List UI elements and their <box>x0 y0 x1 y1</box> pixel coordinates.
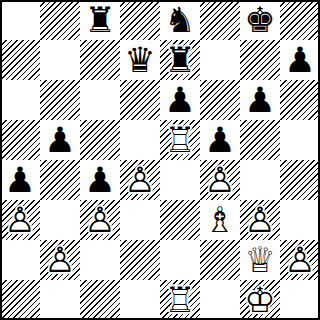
piece-glyph: ♙ <box>80 200 120 240</box>
square-b3[interactable] <box>40 200 80 240</box>
square-f3[interactable]: ♝♗ <box>200 200 240 240</box>
square-h7[interactable]: ♟♟ <box>280 40 320 80</box>
piece-glyph: ♖ <box>160 280 200 320</box>
square-b8[interactable] <box>40 0 80 40</box>
square-c5[interactable] <box>80 120 120 160</box>
square-f6[interactable] <box>200 80 240 120</box>
square-g2[interactable]: ♛♕ <box>240 240 280 280</box>
black-king-icon[interactable]: ♚♚ <box>240 0 280 40</box>
square-a2[interactable] <box>0 240 40 280</box>
piece-glyph: ♟ <box>160 80 200 120</box>
square-b5[interactable]: ♟♟ <box>40 120 80 160</box>
square-e3[interactable] <box>160 200 200 240</box>
square-a7[interactable] <box>0 40 40 80</box>
square-e5[interactable]: ♜♖ <box>160 120 200 160</box>
square-b7[interactable] <box>40 40 80 80</box>
square-g7[interactable] <box>240 40 280 80</box>
piece-glyph: ♟ <box>240 80 280 120</box>
white-pawn-icon[interactable]: ♟♙ <box>240 200 280 240</box>
square-e6[interactable]: ♟♟ <box>160 80 200 120</box>
black-pawn-icon[interactable]: ♟♟ <box>40 120 80 160</box>
square-e8[interactable]: ♞♞ <box>160 0 200 40</box>
square-g3[interactable]: ♟♙ <box>240 200 280 240</box>
square-c7[interactable] <box>80 40 120 80</box>
square-e4[interactable] <box>160 160 200 200</box>
square-c8[interactable]: ♜♜ <box>80 0 120 40</box>
square-d3[interactable] <box>120 200 160 240</box>
black-rook-icon[interactable]: ♜♜ <box>160 40 200 80</box>
chess-board: ♜♜♞♞♚♚♛♛♜♜♟♟♟♟♟♟♟♟♜♖♟♟♟♟♟♟♟♙♟♙♟♙♟♙♝♗♟♙♟♙… <box>0 0 320 320</box>
square-c2[interactable] <box>80 240 120 280</box>
square-g5[interactable] <box>240 120 280 160</box>
square-g1[interactable]: ♚♔ <box>240 280 280 320</box>
square-a8[interactable] <box>0 0 40 40</box>
piece-glyph: ♙ <box>0 200 40 240</box>
square-d7[interactable]: ♛♛ <box>120 40 160 80</box>
square-c3[interactable]: ♟♙ <box>80 200 120 240</box>
square-a5[interactable] <box>0 120 40 160</box>
white-queen-icon[interactable]: ♛♕ <box>240 240 280 280</box>
piece-glyph: ♙ <box>200 160 240 200</box>
piece-glyph: ♜ <box>160 40 200 80</box>
piece-glyph: ♙ <box>40 240 80 280</box>
square-f7[interactable] <box>200 40 240 80</box>
square-h2[interactable]: ♟♙ <box>280 240 320 280</box>
piece-glyph: ♙ <box>240 200 280 240</box>
square-g8[interactable]: ♚♚ <box>240 0 280 40</box>
piece-glyph: ♙ <box>280 240 320 280</box>
square-a4[interactable]: ♟♟ <box>0 160 40 200</box>
square-h1[interactable] <box>280 280 320 320</box>
square-d4[interactable]: ♟♙ <box>120 160 160 200</box>
piece-glyph: ♕ <box>240 240 280 280</box>
black-pawn-icon[interactable]: ♟♟ <box>160 80 200 120</box>
square-c6[interactable] <box>80 80 120 120</box>
white-pawn-icon[interactable]: ♟♙ <box>280 240 320 280</box>
piece-glyph: ♖ <box>160 120 200 160</box>
black-rook-icon[interactable]: ♜♜ <box>80 0 120 40</box>
square-c1[interactable] <box>80 280 120 320</box>
square-b2[interactable]: ♟♙ <box>40 240 80 280</box>
white-pawn-icon[interactable]: ♟♙ <box>200 160 240 200</box>
black-pawn-icon[interactable]: ♟♟ <box>280 40 320 80</box>
square-a3[interactable]: ♟♙ <box>0 200 40 240</box>
square-e7[interactable]: ♜♜ <box>160 40 200 80</box>
piece-glyph: ♛ <box>120 40 160 80</box>
piece-glyph: ♚ <box>240 0 280 40</box>
square-a1[interactable] <box>0 280 40 320</box>
square-b1[interactable] <box>40 280 80 320</box>
square-d2[interactable] <box>120 240 160 280</box>
white-bishop-icon[interactable]: ♝♗ <box>200 200 240 240</box>
square-d6[interactable] <box>120 80 160 120</box>
piece-glyph: ♔ <box>240 280 280 320</box>
square-h6[interactable] <box>280 80 320 120</box>
square-e1[interactable]: ♜♖ <box>160 280 200 320</box>
square-b4[interactable] <box>40 160 80 200</box>
piece-glyph: ♙ <box>120 160 160 200</box>
square-f2[interactable] <box>200 240 240 280</box>
black-pawn-icon[interactable]: ♟♟ <box>0 160 40 200</box>
square-h8[interactable] <box>280 0 320 40</box>
square-f5[interactable]: ♟♟ <box>200 120 240 160</box>
square-e2[interactable] <box>160 240 200 280</box>
white-king-icon[interactable]: ♚♔ <box>240 280 280 320</box>
piece-glyph: ♞ <box>160 0 200 40</box>
square-h4[interactable] <box>280 160 320 200</box>
square-c4[interactable]: ♟♟ <box>80 160 120 200</box>
white-pawn-icon[interactable]: ♟♙ <box>120 160 160 200</box>
piece-glyph: ♟ <box>200 120 240 160</box>
white-pawn-icon[interactable]: ♟♙ <box>40 240 80 280</box>
square-f1[interactable] <box>200 280 240 320</box>
black-knight-icon[interactable]: ♞♞ <box>160 0 200 40</box>
square-d1[interactable] <box>120 280 160 320</box>
square-d5[interactable] <box>120 120 160 160</box>
white-rook-icon[interactable]: ♜♖ <box>160 120 200 160</box>
piece-glyph: ♟ <box>80 160 120 200</box>
black-pawn-icon[interactable]: ♟♟ <box>80 160 120 200</box>
piece-glyph: ♟ <box>0 160 40 200</box>
square-h5[interactable] <box>280 120 320 160</box>
square-f8[interactable] <box>200 0 240 40</box>
white-pawn-icon[interactable]: ♟♙ <box>0 200 40 240</box>
square-g4[interactable] <box>240 160 280 200</box>
white-rook-icon[interactable]: ♜♖ <box>160 280 200 320</box>
square-f4[interactable]: ♟♙ <box>200 160 240 200</box>
white-pawn-icon[interactable]: ♟♙ <box>80 200 120 240</box>
square-d8[interactable] <box>120 0 160 40</box>
black-queen-icon[interactable]: ♛♛ <box>120 40 160 80</box>
square-h3[interactable] <box>280 200 320 240</box>
square-a6[interactable] <box>0 80 40 120</box>
black-pawn-icon[interactable]: ♟♟ <box>200 120 240 160</box>
black-pawn-icon[interactable]: ♟♟ <box>240 80 280 120</box>
square-g6[interactable]: ♟♟ <box>240 80 280 120</box>
square-b6[interactable] <box>40 80 80 120</box>
piece-glyph: ♟ <box>40 120 80 160</box>
piece-glyph: ♟ <box>280 40 320 80</box>
piece-glyph: ♜ <box>80 0 120 40</box>
piece-glyph: ♗ <box>200 200 240 240</box>
